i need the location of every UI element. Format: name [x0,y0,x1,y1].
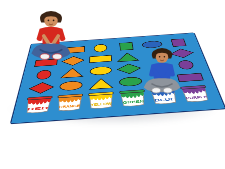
child-red-shirt [24,8,78,70]
product-photo-scene: REDORANGEYELLOWGREENBLUEPURPLE [0,0,225,169]
sneaker [40,54,49,60]
paint-can-red: RED [22,94,54,117]
paint-can-yellow: YELLOW [87,90,116,112]
gray-pants-crossed-legs [144,78,181,92]
paint-can-orange: ORANGE [54,92,84,114]
jeans-crossed-legs [31,43,70,58]
child-blue-shirt [137,43,187,105]
sneaker [152,88,161,93]
sneaker [163,88,172,93]
sneaker [53,54,62,60]
